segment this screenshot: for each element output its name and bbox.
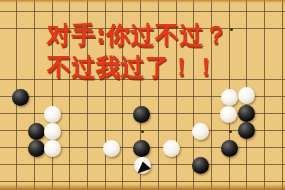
white-stone-with-wedge [134, 157, 151, 174]
black-stone [238, 122, 255, 139]
white-stone [44, 106, 61, 123]
white-stone [221, 89, 238, 106]
white-stone [44, 140, 61, 157]
black-stone [221, 140, 238, 157]
white-stone [238, 87, 255, 104]
black-wedge-marker [134, 157, 151, 174]
caption: 对手:你过不过？ 不过我过了！！ [47, 19, 229, 83]
white-stone [192, 123, 209, 140]
black-stone [28, 123, 45, 140]
star-point [230, 28, 233, 31]
black-stone [133, 106, 150, 123]
white-stone [103, 140, 120, 157]
caption-line-1: 对手:你过不过？ [47, 19, 229, 51]
black-stone [28, 140, 45, 157]
white-stone [44, 123, 61, 140]
black-stone [12, 89, 29, 106]
go-board: 对手:你过不过？ 不过我过了！！ [0, 0, 285, 190]
black-stone [192, 157, 209, 174]
white-stone [220, 106, 237, 123]
black-stone [238, 105, 255, 122]
star-point [141, 130, 144, 133]
caption-line-2: 不过我过了！！ [47, 51, 229, 83]
white-stone [163, 140, 180, 157]
black-stone [133, 140, 150, 157]
star-point [229, 130, 232, 133]
